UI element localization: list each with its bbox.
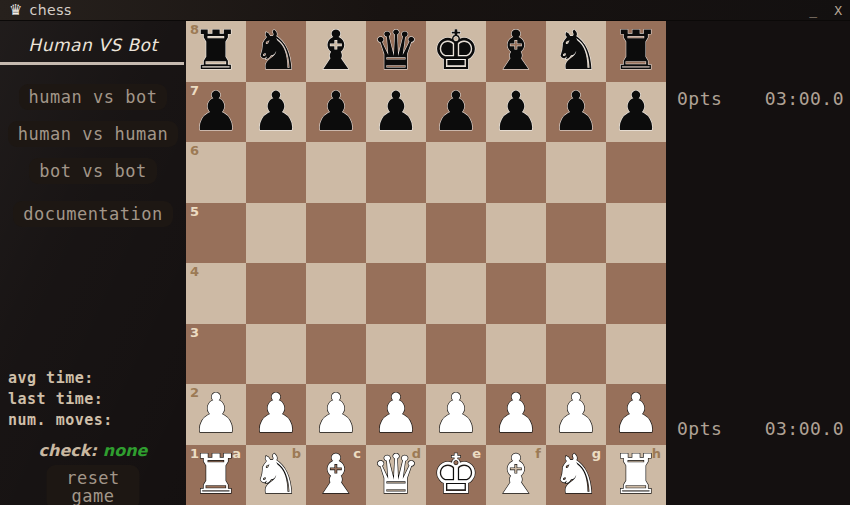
piece-black-pawn[interactable]: ♟ [432,83,480,141]
file-label-c: c [353,447,361,460]
piece-black-pawn[interactable]: ♟ [612,83,660,141]
reset-game-button[interactable]: reset game [47,465,140,505]
window-titlebar: ♛ chess _ X [0,0,850,21]
rank-label-1: 1 [190,447,199,460]
queen-icon: ♛ [9,3,22,18]
square-e2[interactable]: ♟ [426,384,486,445]
square-e6[interactable] [426,142,486,203]
square-g4[interactable] [546,263,606,324]
piece-black-pawn[interactable]: ♟ [492,83,540,141]
square-e5[interactable] [426,203,486,264]
piece-white-bishop[interactable]: ♝ [492,446,540,504]
square-h7[interactable]: ♟ [606,82,666,143]
square-d7[interactable]: ♟ [366,82,426,143]
square-a3[interactable]: 3 [186,324,246,385]
menu-bot-vs-bot[interactable]: bot vs bot [29,158,156,184]
piece-white-pawn[interactable]: ♟ [552,385,600,443]
check-status: check:none [0,441,186,460]
chess-board: 8♜♞♝♛♚♝♞♜7♟♟♟♟♟♟♟♟65432♟♟♟♟♟♟♟♟1a♜b♞c♝d♛… [186,21,666,505]
menu-documentation[interactable]: documentation [13,201,173,227]
white-clock: 03:00.0 [765,418,844,439]
square-g1[interactable]: g♞ [546,445,606,505]
square-b5[interactable] [246,203,306,264]
piece-black-pawn[interactable]: ♟ [372,83,420,141]
white-points: 0pts [677,418,722,439]
square-e4[interactable] [426,263,486,324]
square-d5[interactable] [366,203,426,264]
square-d8[interactable]: ♛ [366,21,426,82]
square-b1[interactable]: b♞ [246,445,306,505]
square-e7[interactable]: ♟ [426,82,486,143]
square-h3[interactable] [606,324,666,385]
square-b4[interactable] [246,263,306,324]
square-f1[interactable]: f♝ [486,445,546,505]
square-a7[interactable]: 7♟ [186,82,246,143]
square-h4[interactable] [606,263,666,324]
window-controls: _ X [809,3,850,18]
piece-black-pawn[interactable]: ♟ [312,83,360,141]
piece-white-pawn[interactable]: ♟ [612,385,660,443]
black-points: 0pts [677,88,722,109]
mode-menu: human vs bot human vs human bot vs bot d… [0,84,186,227]
rank-label-2: 2 [190,386,199,399]
square-g2[interactable]: ♟ [546,384,606,445]
square-d3[interactable] [366,324,426,385]
piece-black-rook[interactable]: ♜ [612,22,660,80]
square-c7[interactable]: ♟ [306,82,366,143]
square-c2[interactable]: ♟ [306,384,366,445]
piece-white-pawn[interactable]: ♟ [252,385,300,443]
square-d6[interactable] [366,142,426,203]
mode-heading: Human VS Bot [0,35,186,55]
file-label-e: e [472,447,481,460]
square-a8[interactable]: 8♜ [186,21,246,82]
square-a2[interactable]: 2♟ [186,384,246,445]
square-a1[interactable]: 1a♜ [186,445,246,505]
square-h1[interactable]: h♜ [606,445,666,505]
file-label-f: f [535,447,541,460]
minimize-button[interactable]: _ [809,3,817,18]
piece-black-pawn[interactable]: ♟ [252,83,300,141]
close-button[interactable]: X [834,3,842,18]
square-g6[interactable] [546,142,606,203]
heading-divider [0,62,184,65]
chess-app-window: ♛ chess _ X Human VS Bot human vs bot hu… [0,0,850,505]
rank-label-3: 3 [190,326,199,339]
square-f7[interactable]: ♟ [486,82,546,143]
square-h5[interactable] [606,203,666,264]
file-label-a: a [232,447,241,460]
sidebar: Human VS Bot human vs bot human vs human… [0,21,186,505]
square-f3[interactable] [486,324,546,385]
rank-label-8: 8 [190,23,199,36]
menu-human-vs-human[interactable]: human vs human [8,121,178,147]
square-d4[interactable] [366,263,426,324]
square-a5[interactable]: 5 [186,203,246,264]
rank-label-6: 6 [190,144,199,157]
check-label: check: [39,441,97,460]
stat-num-moves-label: num. moves: [8,410,113,431]
square-f2[interactable]: ♟ [486,384,546,445]
file-label-h: h [652,447,661,460]
square-f8[interactable]: ♝ [486,21,546,82]
piece-black-knight[interactable]: ♞ [252,22,300,80]
square-g8[interactable]: ♞ [546,21,606,82]
square-c5[interactable] [306,203,366,264]
piece-black-king[interactable]: ♚ [432,22,480,80]
square-b6[interactable] [246,142,306,203]
menu-human-vs-bot[interactable]: human vs bot [19,84,168,110]
check-value: none [103,441,148,460]
stat-avg-time-label: avg time: [8,368,113,389]
square-f5[interactable] [486,203,546,264]
file-label-b: b [292,447,301,460]
white-player-info: 0pts 03:00.0 [677,418,844,439]
square-b3[interactable] [246,324,306,385]
square-h8[interactable]: ♜ [606,21,666,82]
square-b2[interactable]: ♟ [246,384,306,445]
piece-black-pawn[interactable]: ♟ [552,83,600,141]
file-label-d: d [412,447,421,460]
rank-label-4: 4 [190,265,199,278]
square-f6[interactable] [486,142,546,203]
square-g3[interactable] [546,324,606,385]
square-f4[interactable] [486,263,546,324]
piece-white-pawn[interactable]: ♟ [432,385,480,443]
piece-black-bishop[interactable]: ♝ [312,22,360,80]
square-h2[interactable]: ♟ [606,384,666,445]
piece-white-pawn[interactable]: ♟ [312,385,360,443]
square-c4[interactable] [306,263,366,324]
stats-panel: avg time: last time: num. moves: [8,368,113,431]
square-h6[interactable] [606,142,666,203]
square-e1[interactable]: e♚ [426,445,486,505]
square-c3[interactable] [306,324,366,385]
square-g7[interactable]: ♟ [546,82,606,143]
app-title: chess [29,2,71,18]
piece-black-queen[interactable]: ♛ [372,22,420,80]
square-d2[interactable]: ♟ [366,384,426,445]
piece-black-bishop[interactable]: ♝ [492,22,540,80]
stat-last-time-label: last time: [8,389,113,410]
piece-white-pawn[interactable]: ♟ [492,385,540,443]
square-c8[interactable]: ♝ [306,21,366,82]
square-b7[interactable]: ♟ [246,82,306,143]
square-d1[interactable]: d♛ [366,445,426,505]
square-a6[interactable]: 6 [186,142,246,203]
black-clock: 03:00.0 [765,88,844,109]
file-label-g: g [592,447,601,460]
rank-label-7: 7 [190,84,199,97]
rank-label-5: 5 [190,205,199,218]
piece-white-pawn[interactable]: ♟ [372,385,420,443]
black-player-info: 0pts 03:00.0 [677,88,844,109]
square-a4[interactable]: 4 [186,263,246,324]
square-e3[interactable] [426,324,486,385]
square-g5[interactable] [546,203,606,264]
square-c1[interactable]: c♝ [306,445,366,505]
square-c6[interactable] [306,142,366,203]
square-e8[interactable]: ♚ [426,21,486,82]
square-b8[interactable]: ♞ [246,21,306,82]
piece-black-knight[interactable]: ♞ [552,22,600,80]
